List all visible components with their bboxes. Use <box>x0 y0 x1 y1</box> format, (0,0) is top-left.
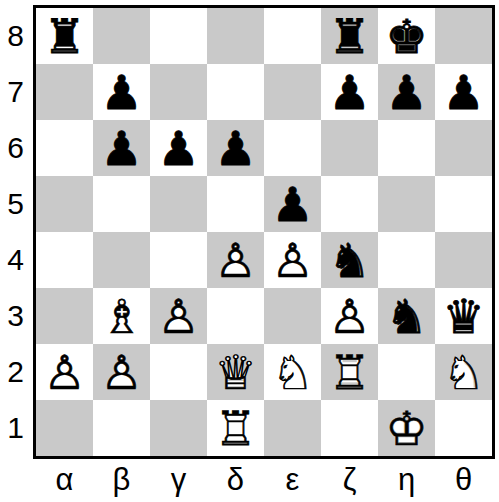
square-c4[interactable] <box>150 232 207 288</box>
square-d3[interactable] <box>207 288 264 344</box>
square-g5[interactable] <box>378 176 435 232</box>
file-label-g: η <box>378 459 435 501</box>
piece-black-knight: ♞ <box>321 232 378 288</box>
square-a8[interactable]: ♜ <box>36 8 93 64</box>
square-g4[interactable] <box>378 232 435 288</box>
square-e1[interactable] <box>264 400 321 456</box>
rank-label-8: 8 <box>0 8 31 64</box>
piece-white-pawn-fill: ♟ <box>150 288 207 344</box>
piece-white-bishop: ♗ <box>93 288 150 344</box>
square-b7[interactable]: ♟ <box>93 64 150 120</box>
rank-label-3: 3 <box>0 288 31 344</box>
square-g3[interactable]: ♞ <box>378 288 435 344</box>
square-e2[interactable]: ♞♘ <box>264 344 321 400</box>
square-d8[interactable] <box>207 8 264 64</box>
square-c5[interactable] <box>150 176 207 232</box>
piece-black-pawn: ♟ <box>93 120 150 176</box>
square-b6[interactable]: ♟ <box>93 120 150 176</box>
piece-white-pawn-fill: ♟ <box>264 232 321 288</box>
square-b8[interactable] <box>93 8 150 64</box>
rank-label-5: 5 <box>0 176 31 232</box>
square-f6[interactable] <box>321 120 378 176</box>
file-labels: αβγδεζηθ <box>36 459 492 501</box>
square-f1[interactable] <box>321 400 378 456</box>
square-h2[interactable]: ♞♘ <box>435 344 492 400</box>
piece-white-pawn: ♙ <box>150 288 207 344</box>
file-label-a: α <box>36 459 93 501</box>
square-e5[interactable]: ♟ <box>264 176 321 232</box>
chess-diagram: 87654321 ♜♜♚♟♟♟♟♟♟♟♟♟♙♟♙♞♝♗♟♙♟♙♞♛♟♙♟♙♛♕♞… <box>0 0 499 502</box>
piece-black-pawn: ♟ <box>207 120 264 176</box>
chess-board: ♜♜♚♟♟♟♟♟♟♟♟♟♙♟♙♞♝♗♟♙♟♙♞♛♟♙♟♙♛♕♞♘♜♖♞♘♜♖♚♔ <box>33 5 495 459</box>
file-label-b: β <box>93 459 150 501</box>
square-a2[interactable]: ♟♙ <box>36 344 93 400</box>
square-b1[interactable] <box>93 400 150 456</box>
square-c8[interactable] <box>150 8 207 64</box>
square-h3[interactable]: ♛ <box>435 288 492 344</box>
rank-label-7: 7 <box>0 64 31 120</box>
rank-label-2: 2 <box>0 344 31 400</box>
square-d7[interactable] <box>207 64 264 120</box>
piece-white-knight: ♘ <box>435 344 492 400</box>
square-a3[interactable] <box>36 288 93 344</box>
square-a6[interactable] <box>36 120 93 176</box>
piece-black-queen: ♛ <box>435 288 492 344</box>
square-d4[interactable]: ♟♙ <box>207 232 264 288</box>
square-b4[interactable] <box>93 232 150 288</box>
piece-white-knight: ♘ <box>264 344 321 400</box>
piece-white-queen: ♕ <box>207 344 264 400</box>
square-f8[interactable]: ♜ <box>321 8 378 64</box>
piece-white-knight-fill: ♞ <box>435 344 492 400</box>
square-a5[interactable] <box>36 176 93 232</box>
piece-white-rook: ♖ <box>207 400 264 456</box>
piece-white-pawn: ♙ <box>93 344 150 400</box>
rank-label-4: 4 <box>0 232 31 288</box>
piece-black-king: ♚ <box>378 8 435 64</box>
piece-white-pawn: ♙ <box>207 232 264 288</box>
file-label-f: ζ <box>321 459 378 501</box>
piece-white-rook: ♖ <box>321 344 378 400</box>
piece-black-rook: ♜ <box>321 8 378 64</box>
rank-labels: 87654321 <box>0 8 31 456</box>
piece-white-king: ♔ <box>378 400 435 456</box>
square-a1[interactable] <box>36 400 93 456</box>
piece-white-rook-fill: ♜ <box>321 344 378 400</box>
piece-white-rook-fill: ♜ <box>207 400 264 456</box>
square-c1[interactable] <box>150 400 207 456</box>
square-d1[interactable]: ♜♖ <box>207 400 264 456</box>
piece-black-pawn: ♟ <box>435 64 492 120</box>
square-f7[interactable]: ♟ <box>321 64 378 120</box>
square-h4[interactable] <box>435 232 492 288</box>
square-d2[interactable]: ♛♕ <box>207 344 264 400</box>
rank-label-1: 1 <box>0 400 31 456</box>
piece-white-pawn-fill: ♟ <box>321 288 378 344</box>
square-a4[interactable] <box>36 232 93 288</box>
square-c2[interactable] <box>150 344 207 400</box>
rank-label-6: 6 <box>0 120 31 176</box>
file-label-d: δ <box>207 459 264 501</box>
piece-black-knight: ♞ <box>378 288 435 344</box>
square-h1[interactable] <box>435 400 492 456</box>
piece-white-pawn-fill: ♟ <box>207 232 264 288</box>
square-e3[interactable] <box>264 288 321 344</box>
piece-black-pawn: ♟ <box>321 64 378 120</box>
square-g2[interactable] <box>378 344 435 400</box>
piece-black-pawn: ♟ <box>150 120 207 176</box>
file-label-h: θ <box>435 459 492 501</box>
square-d5[interactable] <box>207 176 264 232</box>
square-a7[interactable] <box>36 64 93 120</box>
square-h6[interactable] <box>435 120 492 176</box>
piece-white-pawn: ♙ <box>321 288 378 344</box>
square-e4[interactable]: ♟♙ <box>264 232 321 288</box>
piece-white-knight-fill: ♞ <box>264 344 321 400</box>
square-g1[interactable]: ♚♔ <box>378 400 435 456</box>
square-f2[interactable]: ♜♖ <box>321 344 378 400</box>
square-h8[interactable] <box>435 8 492 64</box>
square-b5[interactable] <box>93 176 150 232</box>
piece-white-bishop-fill: ♝ <box>93 288 150 344</box>
piece-white-pawn: ♙ <box>264 232 321 288</box>
square-c7[interactable] <box>150 64 207 120</box>
piece-black-pawn: ♟ <box>93 64 150 120</box>
piece-black-pawn: ♟ <box>264 176 321 232</box>
square-g6[interactable] <box>378 120 435 176</box>
square-f3[interactable]: ♟♙ <box>321 288 378 344</box>
square-g7[interactable]: ♟ <box>378 64 435 120</box>
square-g8[interactable]: ♚ <box>378 8 435 64</box>
square-h7[interactable]: ♟ <box>435 64 492 120</box>
piece-white-king-fill: ♚ <box>378 400 435 456</box>
square-c3[interactable]: ♟♙ <box>150 288 207 344</box>
square-b3[interactable]: ♝♗ <box>93 288 150 344</box>
piece-white-pawn-fill: ♟ <box>36 344 93 400</box>
file-label-e: ε <box>264 459 321 501</box>
square-f5[interactable] <box>321 176 378 232</box>
piece-white-queen-fill: ♛ <box>207 344 264 400</box>
square-b2[interactable]: ♟♙ <box>93 344 150 400</box>
square-e7[interactable] <box>264 64 321 120</box>
square-d6[interactable]: ♟ <box>207 120 264 176</box>
square-h5[interactable] <box>435 176 492 232</box>
square-e6[interactable] <box>264 120 321 176</box>
piece-black-pawn: ♟ <box>378 64 435 120</box>
piece-white-pawn-fill: ♟ <box>93 344 150 400</box>
piece-white-pawn: ♙ <box>36 344 93 400</box>
piece-black-rook: ♜ <box>36 8 93 64</box>
square-e8[interactable] <box>264 8 321 64</box>
file-label-c: γ <box>150 459 207 501</box>
square-f4[interactable]: ♞ <box>321 232 378 288</box>
square-c6[interactable]: ♟ <box>150 120 207 176</box>
